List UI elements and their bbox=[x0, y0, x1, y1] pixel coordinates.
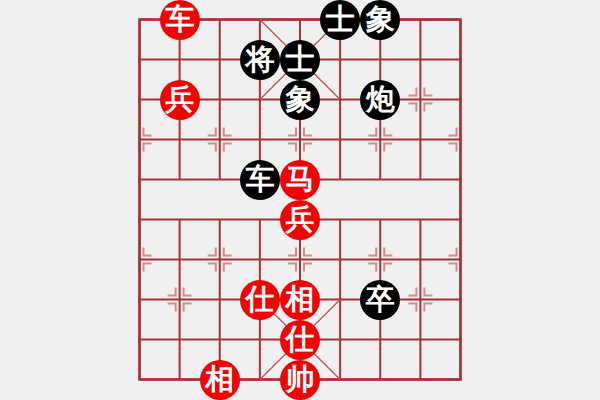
red-chariot-piece[interactable]: 车 bbox=[160, 0, 200, 40]
black-chariot-piece[interactable]: 车 bbox=[240, 160, 280, 200]
red-general-piece[interactable]: 帅 bbox=[280, 360, 320, 400]
black-advisor-piece[interactable]: 士 bbox=[280, 40, 320, 80]
black-cannon-piece[interactable]: 炮 bbox=[360, 80, 400, 120]
black-advisor-piece[interactable]: 士 bbox=[320, 0, 360, 40]
black-general-piece[interactable]: 将 bbox=[240, 40, 280, 80]
black-elephant-piece[interactable]: 象 bbox=[280, 80, 320, 120]
red-horse-piece[interactable]: 马 bbox=[280, 160, 320, 200]
xiangqi-diagram: 车士象将士兵象炮车马兵仕相卒仕相帅 bbox=[0, 0, 600, 400]
red-elephant-piece[interactable]: 相 bbox=[200, 360, 240, 400]
red-soldier-piece[interactable]: 兵 bbox=[160, 80, 200, 120]
red-elephant-piece[interactable]: 相 bbox=[280, 280, 320, 320]
black-elephant-piece[interactable]: 象 bbox=[360, 0, 400, 40]
red-soldier-piece[interactable]: 兵 bbox=[280, 200, 320, 240]
red-advisor-piece[interactable]: 仕 bbox=[240, 280, 280, 320]
red-advisor-piece[interactable]: 仕 bbox=[280, 320, 320, 360]
black-soldier-piece[interactable]: 卒 bbox=[360, 280, 400, 320]
xiangqi-board[interactable]: 车士象将士兵象炮车马兵仕相卒仕相帅 bbox=[119, 0, 480, 400]
